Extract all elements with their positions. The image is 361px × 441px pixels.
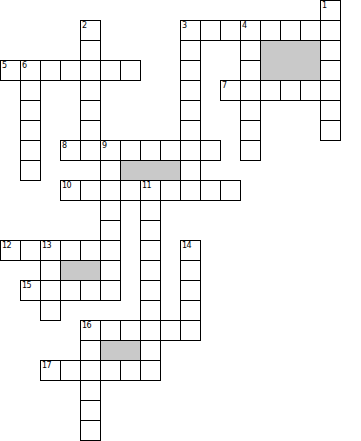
grid-cell[interactable] bbox=[320, 120, 341, 141]
grid-cell[interactable] bbox=[20, 140, 41, 161]
grid-cell[interactable] bbox=[80, 40, 101, 61]
grid-cell[interactable] bbox=[240, 120, 261, 141]
grid-cell[interactable] bbox=[80, 380, 101, 401]
grid-cell[interactable] bbox=[80, 280, 101, 301]
grid-cell[interactable]: 10 bbox=[60, 180, 81, 201]
grid-cell[interactable] bbox=[140, 340, 161, 361]
grid-cell[interactable] bbox=[80, 60, 101, 81]
grid-cell[interactable]: 16 bbox=[80, 320, 101, 341]
clue-number: 5 bbox=[2, 61, 7, 70]
grid-cell[interactable] bbox=[240, 40, 261, 61]
grid-cell[interactable] bbox=[120, 360, 141, 381]
grid-cell[interactable] bbox=[60, 280, 81, 301]
grid-cell[interactable] bbox=[40, 60, 61, 81]
grid-cell[interactable] bbox=[80, 420, 101, 441]
grid-cell[interactable] bbox=[120, 320, 141, 341]
grid-cell[interactable] bbox=[200, 140, 221, 161]
grid-cell[interactable] bbox=[280, 20, 301, 41]
grid-cell[interactable] bbox=[80, 140, 101, 161]
grid-cell[interactable] bbox=[240, 80, 261, 101]
grid-cell[interactable] bbox=[80, 100, 101, 121]
clue-number: 1 bbox=[322, 1, 327, 10]
grid-cell[interactable] bbox=[60, 240, 81, 261]
grid-cell[interactable]: 17 bbox=[40, 360, 61, 381]
grid-cell[interactable]: 12 bbox=[0, 240, 21, 261]
grid-cell[interactable] bbox=[100, 200, 121, 221]
grid-cell[interactable] bbox=[160, 320, 181, 341]
grid-cell[interactable] bbox=[180, 300, 201, 321]
grid-cell[interactable] bbox=[320, 80, 341, 101]
grid-cell[interactable] bbox=[100, 220, 121, 241]
shaded-block bbox=[260, 40, 321, 81]
grid-cell[interactable] bbox=[100, 320, 121, 341]
clue-number: 13 bbox=[42, 241, 51, 250]
grid-cell[interactable] bbox=[80, 340, 101, 361]
grid-cell[interactable]: 3 bbox=[180, 20, 201, 41]
grid-cell[interactable] bbox=[20, 240, 41, 261]
grid-cell[interactable] bbox=[140, 360, 161, 381]
grid-cell[interactable] bbox=[20, 120, 41, 141]
grid-cell[interactable] bbox=[60, 360, 81, 381]
grid-cell[interactable] bbox=[100, 60, 121, 81]
grid-cell[interactable] bbox=[80, 80, 101, 101]
grid-cell[interactable] bbox=[180, 120, 201, 141]
grid-cell[interactable] bbox=[260, 80, 281, 101]
grid-cell[interactable] bbox=[180, 160, 201, 181]
grid-cell[interactable] bbox=[160, 140, 181, 161]
grid-cell[interactable]: 9 bbox=[100, 140, 121, 161]
clue-number: 8 bbox=[62, 141, 67, 150]
grid-cell[interactable] bbox=[100, 180, 121, 201]
grid-cell[interactable] bbox=[100, 240, 121, 261]
clue-number: 4 bbox=[242, 21, 247, 30]
grid-cell[interactable] bbox=[220, 20, 241, 41]
grid-cell[interactable] bbox=[80, 360, 101, 381]
grid-cell[interactable] bbox=[280, 80, 301, 101]
grid-cell[interactable] bbox=[180, 80, 201, 101]
grid-cell[interactable] bbox=[140, 240, 161, 261]
grid-cell[interactable] bbox=[140, 280, 161, 301]
grid-cell[interactable] bbox=[140, 320, 161, 341]
grid-cell[interactable] bbox=[180, 140, 201, 161]
grid-cell[interactable]: 4 bbox=[240, 20, 261, 41]
grid-cell[interactable] bbox=[300, 80, 321, 101]
grid-cell[interactable]: 8 bbox=[60, 140, 81, 161]
grid-cell[interactable]: 13 bbox=[40, 240, 61, 261]
grid-cell[interactable] bbox=[320, 60, 341, 81]
clue-number: 3 bbox=[182, 21, 187, 30]
grid-cell[interactable] bbox=[240, 100, 261, 121]
grid-cell[interactable]: 14 bbox=[180, 240, 201, 261]
grid-cell[interactable]: 6 bbox=[20, 60, 41, 81]
grid-cell[interactable] bbox=[240, 60, 261, 81]
grid-cell[interactable] bbox=[160, 180, 181, 201]
clue-number: 10 bbox=[62, 181, 71, 190]
grid-cell[interactable] bbox=[100, 360, 121, 381]
grid-cell[interactable] bbox=[40, 280, 61, 301]
grid-cell[interactable] bbox=[80, 400, 101, 421]
grid-cell[interactable] bbox=[80, 180, 101, 201]
grid-cell[interactable] bbox=[20, 100, 41, 121]
clue-number: 2 bbox=[82, 21, 87, 30]
clue-number: 14 bbox=[182, 241, 191, 250]
clue-number: 12 bbox=[2, 241, 11, 250]
grid-cell[interactable]: 5 bbox=[0, 60, 21, 81]
grid-cell[interactable] bbox=[40, 300, 61, 321]
clue-number: 11 bbox=[142, 181, 151, 190]
grid-cell[interactable] bbox=[180, 320, 201, 341]
grid-cell[interactable] bbox=[120, 60, 141, 81]
shaded-block bbox=[100, 340, 141, 361]
clue-number: 6 bbox=[22, 61, 27, 70]
grid-cell[interactable]: 2 bbox=[80, 20, 101, 41]
shaded-block bbox=[60, 260, 101, 281]
shaded-block bbox=[120, 160, 181, 181]
grid-cell[interactable] bbox=[120, 180, 141, 201]
grid-cell[interactable] bbox=[300, 20, 321, 41]
grid-cell[interactable]: 7 bbox=[220, 80, 241, 101]
grid-cell[interactable] bbox=[80, 240, 101, 261]
grid-cell[interactable] bbox=[120, 140, 141, 161]
grid-cell[interactable] bbox=[320, 20, 341, 41]
grid-cell[interactable] bbox=[220, 180, 241, 201]
grid-cell[interactable]: 1 bbox=[320, 0, 341, 21]
grid-cell[interactable] bbox=[200, 20, 221, 41]
grid-cell[interactable] bbox=[260, 20, 281, 41]
grid-cell[interactable] bbox=[20, 160, 41, 181]
grid-cell[interactable] bbox=[240, 140, 261, 161]
grid-cell[interactable] bbox=[100, 160, 121, 181]
grid-cell[interactable]: 15 bbox=[20, 280, 41, 301]
clue-number: 17 bbox=[42, 361, 51, 370]
grid-cell[interactable] bbox=[40, 260, 61, 281]
grid-cell[interactable] bbox=[200, 180, 221, 201]
grid-cell[interactable] bbox=[80, 120, 101, 141]
grid-cell[interactable] bbox=[20, 80, 41, 101]
grid-cell[interactable] bbox=[140, 300, 161, 321]
grid-cell[interactable] bbox=[320, 100, 341, 121]
grid-cell[interactable] bbox=[180, 60, 201, 81]
grid-cell[interactable] bbox=[180, 180, 201, 201]
clue-number: 7 bbox=[222, 81, 227, 90]
crossword-grid: 1234567891011121314151617 bbox=[0, 0, 361, 441]
grid-cell[interactable] bbox=[100, 260, 121, 281]
grid-cell[interactable] bbox=[100, 280, 121, 301]
clue-number: 15 bbox=[22, 281, 31, 290]
clue-number: 16 bbox=[82, 321, 91, 330]
grid-cell[interactable] bbox=[180, 280, 201, 301]
grid-cell[interactable] bbox=[60, 60, 81, 81]
grid-cell[interactable]: 11 bbox=[140, 180, 161, 201]
grid-cell[interactable] bbox=[180, 40, 201, 61]
grid-cell[interactable] bbox=[320, 40, 341, 61]
grid-cell[interactable] bbox=[140, 260, 161, 281]
clue-number: 9 bbox=[102, 141, 107, 150]
grid-cell[interactable] bbox=[180, 260, 201, 281]
grid-cell[interactable] bbox=[140, 220, 161, 241]
grid-cell[interactable] bbox=[180, 100, 201, 121]
grid-cell[interactable] bbox=[140, 140, 161, 161]
grid-cell[interactable] bbox=[140, 200, 161, 221]
